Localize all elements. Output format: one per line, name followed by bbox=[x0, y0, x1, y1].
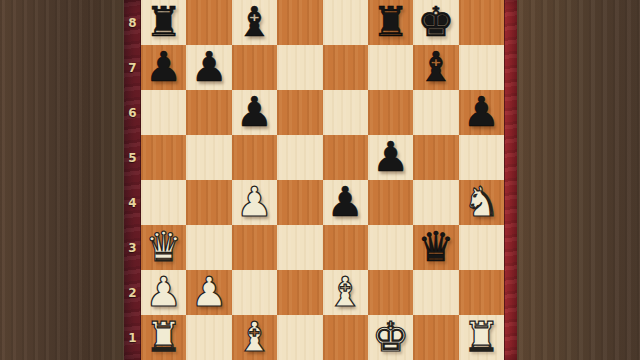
piece-black-rook[interactable]: ♜ bbox=[372, 0, 409, 45]
square-d4[interactable] bbox=[277, 180, 322, 225]
piece-white-queen[interactable]: ♛ bbox=[145, 225, 182, 270]
square-c8[interactable]: ♝ bbox=[232, 0, 277, 45]
square-a6[interactable] bbox=[141, 90, 186, 135]
square-e1[interactable] bbox=[323, 315, 368, 360]
piece-black-pawn[interactable]: ♟ bbox=[372, 135, 409, 180]
square-c5[interactable] bbox=[232, 135, 277, 180]
piece-black-bishop[interactable]: ♝ bbox=[418, 45, 455, 90]
square-d8[interactable] bbox=[277, 0, 322, 45]
square-g7[interactable]: ♝ bbox=[413, 45, 458, 90]
square-e3[interactable] bbox=[323, 225, 368, 270]
chess-board: ♜♝♜♚♟♟♝♟♟♟♟♟♞♛♛♟♟♝♜♝♚♜ bbox=[141, 0, 504, 360]
square-a3[interactable]: ♛ bbox=[141, 225, 186, 270]
square-e4[interactable]: ♟ bbox=[323, 180, 368, 225]
square-c1[interactable]: ♝ bbox=[232, 315, 277, 360]
square-f6[interactable] bbox=[368, 90, 413, 135]
square-h2[interactable] bbox=[459, 270, 504, 315]
piece-black-rook[interactable]: ♜ bbox=[145, 0, 182, 45]
piece-black-pawn[interactable]: ♟ bbox=[191, 45, 228, 90]
square-d7[interactable] bbox=[277, 45, 322, 90]
piece-black-pawn[interactable]: ♟ bbox=[327, 180, 364, 225]
square-h6[interactable]: ♟ bbox=[459, 90, 504, 135]
square-e8[interactable] bbox=[323, 0, 368, 45]
square-g5[interactable] bbox=[413, 135, 458, 180]
square-d5[interactable] bbox=[277, 135, 322, 180]
square-f4[interactable] bbox=[368, 180, 413, 225]
square-h8[interactable] bbox=[459, 0, 504, 45]
square-b7[interactable]: ♟ bbox=[186, 45, 231, 90]
rank-label-8: 8 bbox=[124, 0, 141, 45]
square-b5[interactable] bbox=[186, 135, 231, 180]
piece-white-pawn[interactable]: ♟ bbox=[145, 270, 182, 315]
square-f8[interactable]: ♜ bbox=[368, 0, 413, 45]
background-wood-left bbox=[0, 0, 125, 360]
square-h5[interactable] bbox=[459, 135, 504, 180]
piece-white-rook[interactable]: ♜ bbox=[145, 315, 182, 360]
piece-white-pawn[interactable]: ♟ bbox=[191, 270, 228, 315]
piece-white-bishop[interactable]: ♝ bbox=[327, 270, 364, 315]
rank-label-6: 6 bbox=[124, 90, 141, 135]
scene: 87654321 ♜♝♜♚♟♟♝♟♟♟♟♟♞♛♛♟♟♝♜♝♚♜ bbox=[0, 0, 640, 360]
piece-black-queen[interactable]: ♛ bbox=[418, 225, 455, 270]
piece-white-knight[interactable]: ♞ bbox=[463, 180, 500, 225]
square-f2[interactable] bbox=[368, 270, 413, 315]
piece-white-rook[interactable]: ♜ bbox=[463, 315, 500, 360]
square-a7[interactable]: ♟ bbox=[141, 45, 186, 90]
square-c7[interactable] bbox=[232, 45, 277, 90]
rank-label-5: 5 bbox=[124, 135, 141, 180]
square-h7[interactable] bbox=[459, 45, 504, 90]
rank-label-4: 4 bbox=[124, 180, 141, 225]
square-h3[interactable] bbox=[459, 225, 504, 270]
square-f5[interactable]: ♟ bbox=[368, 135, 413, 180]
square-h4[interactable]: ♞ bbox=[459, 180, 504, 225]
rank-label-7: 7 bbox=[124, 45, 141, 90]
piece-black-pawn[interactable]: ♟ bbox=[463, 90, 500, 135]
square-e2[interactable]: ♝ bbox=[323, 270, 368, 315]
square-c3[interactable] bbox=[232, 225, 277, 270]
square-a2[interactable]: ♟ bbox=[141, 270, 186, 315]
square-b8[interactable] bbox=[186, 0, 231, 45]
square-b4[interactable] bbox=[186, 180, 231, 225]
square-f1[interactable]: ♚ bbox=[368, 315, 413, 360]
rank-label-1: 1 bbox=[124, 315, 141, 360]
square-d2[interactable] bbox=[277, 270, 322, 315]
square-e6[interactable] bbox=[323, 90, 368, 135]
piece-white-bishop[interactable]: ♝ bbox=[236, 315, 273, 360]
square-d3[interactable] bbox=[277, 225, 322, 270]
square-d1[interactable] bbox=[277, 315, 322, 360]
square-c6[interactable]: ♟ bbox=[232, 90, 277, 135]
square-g2[interactable] bbox=[413, 270, 458, 315]
square-e5[interactable] bbox=[323, 135, 368, 180]
square-d6[interactable] bbox=[277, 90, 322, 135]
square-f7[interactable] bbox=[368, 45, 413, 90]
piece-black-bishop[interactable]: ♝ bbox=[236, 0, 273, 45]
square-e7[interactable] bbox=[323, 45, 368, 90]
square-c4[interactable]: ♟ bbox=[232, 180, 277, 225]
square-b2[interactable]: ♟ bbox=[186, 270, 231, 315]
square-h1[interactable]: ♜ bbox=[459, 315, 504, 360]
square-g8[interactable]: ♚ bbox=[413, 0, 458, 45]
square-a5[interactable] bbox=[141, 135, 186, 180]
square-f3[interactable] bbox=[368, 225, 413, 270]
piece-white-king[interactable]: ♚ bbox=[372, 315, 409, 360]
background-wood-right bbox=[517, 0, 640, 360]
piece-white-pawn[interactable]: ♟ bbox=[236, 180, 273, 225]
square-c2[interactable] bbox=[232, 270, 277, 315]
square-g4[interactable] bbox=[413, 180, 458, 225]
piece-black-pawn[interactable]: ♟ bbox=[236, 90, 273, 135]
square-a1[interactable]: ♜ bbox=[141, 315, 186, 360]
square-b6[interactable] bbox=[186, 90, 231, 135]
square-b3[interactable] bbox=[186, 225, 231, 270]
square-g3[interactable]: ♛ bbox=[413, 225, 458, 270]
piece-black-king[interactable]: ♚ bbox=[418, 0, 455, 45]
piece-black-pawn[interactable]: ♟ bbox=[145, 45, 182, 90]
rank-label-3: 3 bbox=[124, 225, 141, 270]
rank-label-2: 2 bbox=[124, 270, 141, 315]
board-frame: 87654321 ♜♝♜♚♟♟♝♟♟♟♟♟♞♛♛♟♟♝♜♝♚♜ bbox=[124, 0, 517, 360]
square-g1[interactable] bbox=[413, 315, 458, 360]
square-g6[interactable] bbox=[413, 90, 458, 135]
square-a4[interactable] bbox=[141, 180, 186, 225]
rank-labels: 87654321 bbox=[124, 0, 141, 360]
square-b1[interactable] bbox=[186, 315, 231, 360]
square-a8[interactable]: ♜ bbox=[141, 0, 186, 45]
